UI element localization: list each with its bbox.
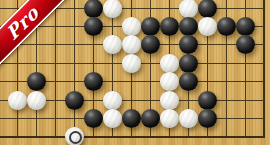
black-stone[interactable] bbox=[236, 17, 255, 36]
black-stone[interactable] bbox=[141, 109, 160, 128]
white-stone[interactable] bbox=[160, 109, 179, 128]
white-stone[interactable] bbox=[103, 0, 122, 18]
black-stone[interactable] bbox=[179, 54, 198, 73]
white-stone[interactable] bbox=[198, 17, 217, 36]
white-stone[interactable] bbox=[160, 54, 179, 73]
black-stone[interactable] bbox=[198, 91, 217, 110]
white-stone[interactable] bbox=[122, 35, 141, 54]
white-stone[interactable] bbox=[179, 0, 198, 18]
black-stone[interactable] bbox=[65, 91, 84, 110]
black-stone[interactable] bbox=[84, 72, 103, 91]
white-stone[interactable] bbox=[122, 17, 141, 36]
grid-line-horizontal bbox=[0, 136, 265, 138]
white-stone[interactable] bbox=[160, 91, 179, 110]
white-stone[interactable] bbox=[160, 72, 179, 91]
black-stone[interactable] bbox=[141, 35, 160, 54]
black-stone[interactable] bbox=[160, 17, 179, 36]
black-stone[interactable] bbox=[179, 72, 198, 91]
white-stone[interactable] bbox=[8, 91, 27, 110]
black-stone[interactable] bbox=[198, 109, 217, 128]
screenshot-frame: Pro bbox=[0, 0, 270, 145]
black-stone[interactable] bbox=[27, 72, 46, 91]
white-stone[interactable] bbox=[103, 35, 122, 54]
white-stone[interactable] bbox=[103, 91, 122, 110]
black-stone[interactable] bbox=[236, 35, 255, 54]
black-stone[interactable] bbox=[198, 0, 217, 18]
black-stone[interactable] bbox=[179, 17, 198, 36]
black-stone[interactable] bbox=[84, 17, 103, 36]
black-stone[interactable] bbox=[122, 109, 141, 128]
white-stone[interactable] bbox=[103, 109, 122, 128]
black-stone[interactable] bbox=[84, 109, 103, 128]
white-stone[interactable] bbox=[27, 91, 46, 110]
white-stone[interactable] bbox=[179, 109, 198, 128]
last-move-marker bbox=[69, 131, 82, 144]
black-stone[interactable] bbox=[84, 0, 103, 18]
black-stone[interactable] bbox=[179, 35, 198, 54]
white-stone[interactable] bbox=[65, 127, 84, 145]
white-stone[interactable] bbox=[122, 54, 141, 73]
black-stone[interactable] bbox=[141, 17, 160, 36]
black-stone[interactable] bbox=[217, 17, 236, 36]
